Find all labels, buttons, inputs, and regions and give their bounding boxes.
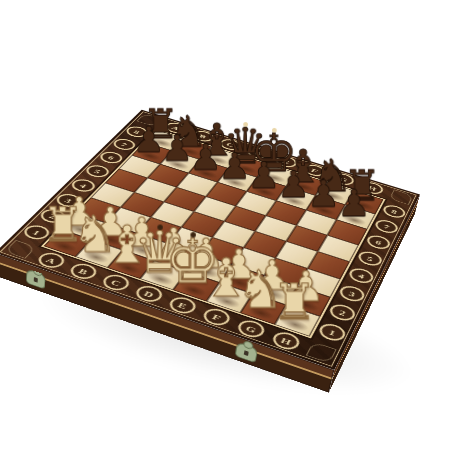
rank-medallion-3: 3: [337, 283, 367, 303]
corner-ornament: [389, 189, 414, 204]
brass-latch: [26, 268, 46, 290]
corner-ornament: [306, 341, 337, 363]
brass-latch: [234, 341, 258, 363]
coordinate-slot: 5: [355, 247, 386, 271]
square-h1: ♜: [275, 305, 321, 336]
black-pawn: ♟: [324, 185, 382, 222]
coordinate-slot: 6: [363, 231, 393, 254]
rank-medallion-4: 4: [347, 266, 376, 286]
white-rook: ♜: [260, 278, 327, 327]
rank-medallion-5: 5: [356, 249, 384, 268]
chess-set-photo: ABCDEFGH ABCDEFGH 87654321 87654321 ♜♞♝♛…: [0, 0, 450, 450]
rank-medallion-6: 6: [365, 233, 393, 251]
rank-medallion-5: 5: [83, 163, 113, 179]
coordinate-slot: 3: [336, 281, 369, 307]
coordinate-slot: 4: [345, 263, 377, 288]
